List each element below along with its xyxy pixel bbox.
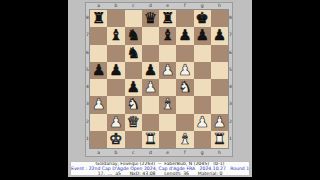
file-labels-bottom: abcdefgh xyxy=(86,149,232,156)
square-h6 xyxy=(211,45,228,62)
square-d1: ♜ xyxy=(142,131,159,148)
square-f1: ♝ xyxy=(176,131,193,148)
black-knight-c7: ♞ xyxy=(125,27,142,44)
rank-label-6: 6 xyxy=(229,44,232,61)
square-f7: ♟ xyxy=(176,27,193,44)
square-h4 xyxy=(211,79,228,96)
square-b1: ♚ xyxy=(107,131,124,148)
black-pawn-b5: ♟ xyxy=(107,62,124,79)
rank-label-8: 8 xyxy=(229,9,232,26)
rank-label-1: 1 xyxy=(229,130,232,147)
square-d2 xyxy=(142,114,159,131)
black-queen-d8: ♛ xyxy=(142,10,159,27)
square-d3 xyxy=(142,96,159,113)
chess-board: ♜♛♜♚♝♞♝♟♟♟♞♟♟♟♟♟♟♟♞♟♞♝♟♛♟♟♚♜♝♜ xyxy=(89,9,229,149)
square-d4: ♟ xyxy=(142,79,159,96)
black-king-g8: ♚ xyxy=(194,10,211,27)
move-stats-line: 17. ... a5 NxD: 43.08 Length: 36 Materia… xyxy=(71,172,249,176)
square-e4 xyxy=(159,79,176,96)
square-a7 xyxy=(90,27,107,44)
file-label-b: b xyxy=(107,149,124,156)
black-pawn-h7: ♟ xyxy=(211,27,228,44)
square-f6 xyxy=(176,45,193,62)
white-knight-f4: ♞ xyxy=(176,79,193,96)
square-e8: ♜ xyxy=(159,10,176,27)
square-a1 xyxy=(90,131,107,148)
white-queen-c2: ♛ xyxy=(125,114,142,131)
square-a3: ♟ xyxy=(90,96,107,113)
square-b7: ♝ xyxy=(107,27,124,44)
white-king-b1: ♚ xyxy=(107,131,124,148)
file-label-d: d xyxy=(142,149,159,156)
square-d5: ♟ xyxy=(142,62,159,79)
square-c4: ♟ xyxy=(125,79,142,96)
square-b3 xyxy=(107,96,124,113)
file-label-e: e xyxy=(159,149,176,156)
square-c8 xyxy=(125,10,142,27)
square-f5: ♟ xyxy=(176,62,193,79)
square-f4: ♞ xyxy=(176,79,193,96)
file-label-f: f xyxy=(176,149,193,156)
black-rook-a8: ♜ xyxy=(90,10,107,27)
white-knight-c3: ♞ xyxy=(125,96,142,113)
white-pawn-d4: ♟ xyxy=(142,79,159,96)
square-h3 xyxy=(211,96,228,113)
white-pawn-e5: ♟ xyxy=(159,62,176,79)
square-e2 xyxy=(159,114,176,131)
square-e7: ♝ xyxy=(159,27,176,44)
black-rook-e8: ♜ xyxy=(159,10,176,27)
square-h8 xyxy=(211,10,228,27)
rank-label-7: 7 xyxy=(229,26,232,43)
square-c3: ♞ xyxy=(125,96,142,113)
black-bishop-e7: ♝ xyxy=(159,27,176,44)
square-g7: ♟ xyxy=(194,27,211,44)
black-pawn-f7: ♟ xyxy=(176,27,193,44)
rank-label-3: 3 xyxy=(229,95,232,112)
black-pawn-a5: ♟ xyxy=(90,62,107,79)
rank-label-5: 5 xyxy=(229,61,232,78)
black-pawn-g7: ♟ xyxy=(194,27,211,44)
square-c2: ♛ xyxy=(125,114,142,131)
square-c5 xyxy=(125,62,142,79)
square-c1 xyxy=(125,131,142,148)
square-d6 xyxy=(142,45,159,62)
square-a6 xyxy=(90,45,107,62)
square-h7: ♟ xyxy=(211,27,228,44)
square-g5 xyxy=(194,62,211,79)
white-bishop-f1: ♝ xyxy=(176,131,193,148)
file-label-g: g xyxy=(194,149,211,156)
square-g1 xyxy=(194,131,211,148)
square-c7: ♞ xyxy=(125,27,142,44)
black-knight-c6: ♞ xyxy=(125,45,142,62)
file-label-a: a xyxy=(90,149,107,156)
square-b4 xyxy=(107,79,124,96)
square-f8 xyxy=(176,10,193,27)
white-pawn-b2: ♟ xyxy=(107,114,124,131)
square-b2: ♟ xyxy=(107,114,124,131)
file-label-h: h xyxy=(211,149,228,156)
square-d8: ♛ xyxy=(142,10,159,27)
square-a8: ♜ xyxy=(90,10,107,27)
square-a2 xyxy=(90,114,107,131)
square-h5 xyxy=(211,62,228,79)
square-f3 xyxy=(176,96,193,113)
file-label-c: c xyxy=(125,149,142,156)
square-b6 xyxy=(107,45,124,62)
white-pawn-a3: ♟ xyxy=(90,96,107,113)
square-e3: ♝ xyxy=(159,96,176,113)
chess-board-frame: abcdefgh 87654321 ♜♛♜♚♝♞♝♟♟♟♞♟♟♟♟♟♟♟♞♟♞♝… xyxy=(85,2,233,157)
square-h1: ♜ xyxy=(211,131,228,148)
white-pawn-h2: ♟ xyxy=(211,114,228,131)
square-g4 xyxy=(194,79,211,96)
game-info-caption: Goldanay, Fovequi (2263) -- FaberBub, N … xyxy=(70,161,250,176)
square-e6 xyxy=(159,45,176,62)
rank-label-4: 4 xyxy=(229,78,232,95)
square-g6 xyxy=(194,45,211,62)
square-h2: ♟ xyxy=(211,114,228,131)
square-e1 xyxy=(159,131,176,148)
white-pawn-f5: ♟ xyxy=(176,62,193,79)
square-f2 xyxy=(176,114,193,131)
square-a4 xyxy=(90,79,107,96)
square-e5: ♟ xyxy=(159,62,176,79)
white-rook-d1: ♜ xyxy=(142,131,159,148)
rank-label-2: 2 xyxy=(229,113,232,130)
square-b8 xyxy=(107,10,124,27)
square-g2: ♟ xyxy=(194,114,211,131)
white-pawn-g2: ♟ xyxy=(194,114,211,131)
black-bishop-b7: ♝ xyxy=(107,27,124,44)
square-c6: ♞ xyxy=(125,45,142,62)
video-frame-panel: abcdefgh 87654321 ♜♛♜♚♝♞♝♟♟♟♞♟♟♟♟♟♟♟♞♟♞♝… xyxy=(68,0,252,177)
rank-labels-right: 87654321 xyxy=(229,9,232,149)
square-b5: ♟ xyxy=(107,62,124,79)
square-g3 xyxy=(194,96,211,113)
white-bishop-e3: ♝ xyxy=(159,96,176,113)
square-a5: ♟ xyxy=(90,62,107,79)
square-d7 xyxy=(142,27,159,44)
square-g8: ♚ xyxy=(194,10,211,27)
black-pawn-d5: ♟ xyxy=(142,62,159,79)
black-pawn-c4: ♟ xyxy=(125,79,142,96)
white-rook-h1: ♜ xyxy=(211,131,228,148)
